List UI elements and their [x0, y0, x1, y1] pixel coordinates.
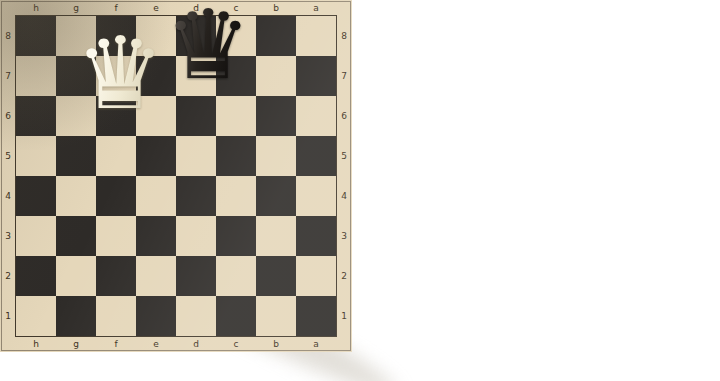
square-h3 [16, 216, 56, 256]
square-b2 [256, 256, 296, 296]
square-b7 [256, 56, 296, 96]
square-c5 [216, 136, 256, 176]
square-f4 [96, 176, 136, 216]
square-f7 [96, 56, 136, 96]
square-d4 [176, 176, 216, 216]
square-h1 [16, 296, 56, 336]
rank-label-left-6: 6 [0, 96, 16, 136]
square-f5 [96, 136, 136, 176]
square-d7 [176, 56, 216, 96]
square-a2 [296, 256, 336, 296]
square-a1 [296, 296, 336, 336]
file-label-far-h: h [16, 336, 56, 352]
square-c3 [216, 216, 256, 256]
rank-label-right-1: 1 [336, 296, 352, 336]
square-b1 [256, 296, 296, 336]
rank-label-left-7: 7 [0, 56, 16, 96]
square-c1 [216, 296, 256, 336]
file-label-near-d: d [176, 0, 216, 16]
square-b4 [256, 176, 296, 216]
file-label-far-d: d [176, 336, 216, 352]
rank-label-right-8: 8 [336, 16, 352, 56]
square-f8 [96, 16, 136, 56]
rank-label-left-5: 5 [0, 136, 16, 176]
square-h6 [16, 96, 56, 136]
square-h5 [16, 136, 56, 176]
square-f2 [96, 256, 136, 296]
rank-label-left-8: 8 [0, 16, 16, 56]
square-g7 [56, 56, 96, 96]
square-g2 [56, 256, 96, 296]
square-c7 [216, 56, 256, 96]
square-e6 [136, 96, 176, 136]
square-d8 [176, 16, 216, 56]
square-g3 [56, 216, 96, 256]
file-label-near-h: h [16, 0, 56, 16]
square-h4 [16, 176, 56, 216]
rank-label-left-2: 2 [0, 256, 16, 296]
square-e3 [136, 216, 176, 256]
rank-label-right-7: 7 [336, 56, 352, 96]
file-label-near-f: f [96, 0, 136, 16]
chess-board: hhggffeeddccbbaa8877665544332211 [0, 0, 352, 352]
square-h2 [16, 256, 56, 296]
square-b5 [256, 136, 296, 176]
square-c8 [216, 16, 256, 56]
square-a4 [296, 176, 336, 216]
square-c6 [216, 96, 256, 136]
rank-label-right-3: 3 [336, 216, 352, 256]
file-label-far-a: a [296, 336, 336, 352]
square-b8 [256, 16, 296, 56]
square-f1 [96, 296, 136, 336]
square-a3 [296, 216, 336, 256]
square-f3 [96, 216, 136, 256]
file-label-near-e: e [136, 0, 176, 16]
square-e1 [136, 296, 176, 336]
square-c2 [216, 256, 256, 296]
square-e2 [136, 256, 176, 296]
file-label-near-g: g [56, 0, 96, 16]
square-f6 [96, 96, 136, 136]
file-label-near-b: b [256, 0, 296, 16]
rank-label-left-1: 1 [0, 296, 16, 336]
rank-label-left-4: 4 [0, 176, 16, 216]
square-g8 [56, 16, 96, 56]
square-g6 [56, 96, 96, 136]
square-h8 [16, 16, 56, 56]
square-d3 [176, 216, 216, 256]
square-e7 [136, 56, 176, 96]
rank-label-left-3: 3 [0, 216, 16, 256]
square-a8 [296, 16, 336, 56]
rank-label-right-2: 2 [336, 256, 352, 296]
square-e4 [136, 176, 176, 216]
square-b6 [256, 96, 296, 136]
file-label-far-b: b [256, 336, 296, 352]
file-label-far-f: f [96, 336, 136, 352]
rank-label-right-4: 4 [336, 176, 352, 216]
square-a6 [296, 96, 336, 136]
file-label-far-c: c [216, 336, 256, 352]
square-d1 [176, 296, 216, 336]
square-a5 [296, 136, 336, 176]
square-d5 [176, 136, 216, 176]
square-g1 [56, 296, 96, 336]
file-label-far-g: g [56, 336, 96, 352]
chess-product-photo: hhggffeeddccbbaa8877665544332211 ♛♛ ♛♞♝♚… [0, 0, 720, 381]
square-e8 [136, 16, 176, 56]
square-g5 [56, 136, 96, 176]
square-a7 [296, 56, 336, 96]
square-e5 [136, 136, 176, 176]
square-d6 [176, 96, 216, 136]
file-label-near-c: c [216, 0, 256, 16]
file-label-far-e: e [136, 336, 176, 352]
rank-label-right-5: 5 [336, 136, 352, 176]
square-b3 [256, 216, 296, 256]
rank-label-right-6: 6 [336, 96, 352, 136]
square-g4 [56, 176, 96, 216]
square-d2 [176, 256, 216, 296]
file-label-near-a: a [296, 0, 336, 16]
square-h7 [16, 56, 56, 96]
square-c4 [216, 176, 256, 216]
